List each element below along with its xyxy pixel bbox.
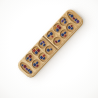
stone-red — [50, 35, 54, 39]
stone-navy — [57, 39, 61, 43]
stone-navy — [29, 70, 33, 74]
stone-red — [63, 34, 67, 38]
stone-navy — [29, 57, 33, 61]
stone-navy — [63, 20, 67, 24]
stone-navy — [42, 57, 46, 61]
stone-navy — [42, 43, 46, 47]
stone-maroon — [58, 26, 62, 30]
mancala-board — [15, 7, 84, 79]
stone-navy — [70, 27, 74, 31]
stone-maroon — [35, 64, 39, 68]
photo-background — [0, 0, 98, 98]
stone-purple — [76, 20, 80, 24]
